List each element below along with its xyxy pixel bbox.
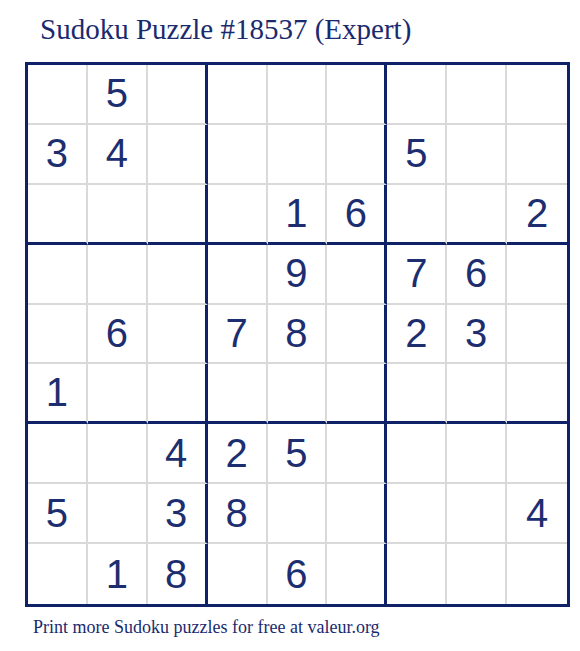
cell-r3c4 bbox=[208, 185, 268, 245]
cell-r8c6 bbox=[327, 484, 387, 544]
cell-r7c9 bbox=[507, 424, 567, 484]
cell-r1c5 bbox=[268, 65, 328, 125]
cell-r8c8 bbox=[447, 484, 507, 544]
cell-r8c4: 8 bbox=[208, 484, 268, 544]
cell-r6c6 bbox=[327, 364, 387, 424]
cell-r9c2: 1 bbox=[88, 544, 148, 604]
cell-r4c5: 9 bbox=[268, 245, 328, 305]
sudoku-grid: 53451629766782314255384186 bbox=[25, 62, 570, 607]
cell-r2c7: 5 bbox=[387, 125, 447, 185]
cell-r4c8: 6 bbox=[447, 245, 507, 305]
cell-r6c5 bbox=[268, 364, 328, 424]
cell-r3c3 bbox=[148, 185, 208, 245]
cell-r2c3 bbox=[148, 125, 208, 185]
cell-r5c9 bbox=[507, 305, 567, 365]
cell-r6c4 bbox=[208, 364, 268, 424]
cell-r8c5 bbox=[268, 484, 328, 544]
cell-r7c5: 5 bbox=[268, 424, 328, 484]
cell-r2c9 bbox=[507, 125, 567, 185]
cell-r8c2 bbox=[88, 484, 148, 544]
cell-r6c9 bbox=[507, 364, 567, 424]
cell-r7c3: 4 bbox=[148, 424, 208, 484]
cell-r4c2 bbox=[88, 245, 148, 305]
cell-r9c3: 8 bbox=[148, 544, 208, 604]
cell-r5c3 bbox=[148, 305, 208, 365]
cell-r5c7: 2 bbox=[387, 305, 447, 365]
cell-r6c1: 1 bbox=[28, 364, 88, 424]
cell-r2c4 bbox=[208, 125, 268, 185]
cell-r5c2: 6 bbox=[88, 305, 148, 365]
cell-r1c8 bbox=[447, 65, 507, 125]
cell-r6c7 bbox=[387, 364, 447, 424]
cell-r1c1 bbox=[28, 65, 88, 125]
cell-r7c6 bbox=[327, 424, 387, 484]
cell-r3c2 bbox=[88, 185, 148, 245]
cell-r7c4: 2 bbox=[208, 424, 268, 484]
cell-r6c3 bbox=[148, 364, 208, 424]
cell-r1c2: 5 bbox=[88, 65, 148, 125]
cell-r1c7 bbox=[387, 65, 447, 125]
cell-r9c8 bbox=[447, 544, 507, 604]
cell-r8c9: 4 bbox=[507, 484, 567, 544]
cell-r5c8: 3 bbox=[447, 305, 507, 365]
cell-r4c3 bbox=[148, 245, 208, 305]
cell-r7c7 bbox=[387, 424, 447, 484]
cell-r9c6 bbox=[327, 544, 387, 604]
cell-r5c6 bbox=[327, 305, 387, 365]
cell-r9c7 bbox=[387, 544, 447, 604]
cell-r9c1 bbox=[28, 544, 88, 604]
cell-r1c3 bbox=[148, 65, 208, 125]
cell-r3c1 bbox=[28, 185, 88, 245]
cell-r6c8 bbox=[447, 364, 507, 424]
footer-text: Print more Sudoku puzzles for free at va… bbox=[33, 615, 380, 639]
cell-r6c2 bbox=[88, 364, 148, 424]
cell-r5c1 bbox=[28, 305, 88, 365]
cell-r9c5: 6 bbox=[268, 544, 328, 604]
cell-r9c9 bbox=[507, 544, 567, 604]
cell-r1c6 bbox=[327, 65, 387, 125]
cell-r8c7 bbox=[387, 484, 447, 544]
cell-r2c6 bbox=[327, 125, 387, 185]
cell-r2c1: 3 bbox=[28, 125, 88, 185]
cell-r3c8 bbox=[447, 185, 507, 245]
cell-r7c8 bbox=[447, 424, 507, 484]
cell-r1c9 bbox=[507, 65, 567, 125]
cell-r8c3: 3 bbox=[148, 484, 208, 544]
cell-r1c4 bbox=[208, 65, 268, 125]
cell-r4c1 bbox=[28, 245, 88, 305]
cell-r2c5 bbox=[268, 125, 328, 185]
cell-r2c2: 4 bbox=[88, 125, 148, 185]
cell-r9c4 bbox=[208, 544, 268, 604]
cell-r4c9 bbox=[507, 245, 567, 305]
cell-r7c2 bbox=[88, 424, 148, 484]
cell-r3c6: 6 bbox=[327, 185, 387, 245]
cell-r2c8 bbox=[447, 125, 507, 185]
cell-r3c5: 1 bbox=[268, 185, 328, 245]
sudoku-page: Sudoku Puzzle #18537 (Expert) 5345162976… bbox=[0, 0, 580, 651]
page-title: Sudoku Puzzle #18537 (Expert) bbox=[40, 10, 411, 48]
cell-r5c4: 7 bbox=[208, 305, 268, 365]
cell-r7c1 bbox=[28, 424, 88, 484]
cell-r3c7 bbox=[387, 185, 447, 245]
cell-r8c1: 5 bbox=[28, 484, 88, 544]
cell-r4c6 bbox=[327, 245, 387, 305]
cell-r4c7: 7 bbox=[387, 245, 447, 305]
cell-r4c4 bbox=[208, 245, 268, 305]
cell-r3c9: 2 bbox=[507, 185, 567, 245]
cell-r5c5: 8 bbox=[268, 305, 328, 365]
